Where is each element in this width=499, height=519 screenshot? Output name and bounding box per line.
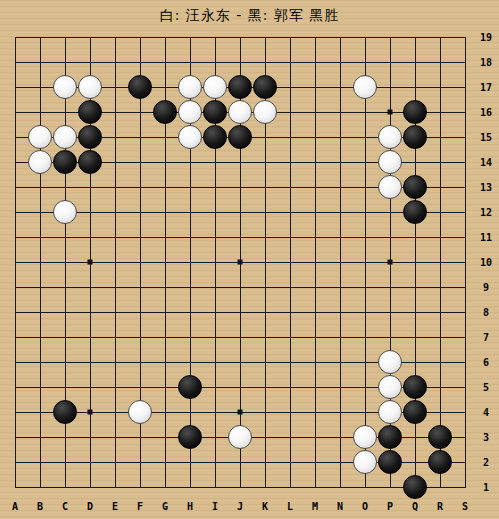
column-label-P: P [387, 501, 393, 512]
column-label-E: E [112, 501, 118, 512]
stone-white-P13 [378, 175, 402, 199]
stone-black-Q15 [403, 125, 427, 149]
row-label-5: 5 [483, 382, 489, 393]
row-label-11: 11 [480, 232, 492, 243]
star-point-J4 [238, 410, 243, 415]
stone-white-C15 [53, 125, 77, 149]
stone-black-K17 [253, 75, 277, 99]
stone-black-D16 [78, 100, 102, 124]
stone-white-O3 [353, 425, 377, 449]
stone-white-I17 [203, 75, 227, 99]
star-point-D10 [88, 260, 93, 265]
row-label-16: 16 [480, 107, 492, 118]
stone-black-Q1 [403, 475, 427, 499]
stone-black-P2 [378, 450, 402, 474]
stone-black-Q4 [403, 400, 427, 424]
stone-black-Q5 [403, 375, 427, 399]
stone-white-P6 [378, 350, 402, 374]
row-label-19: 19 [480, 32, 492, 43]
stone-white-J3 [228, 425, 252, 449]
stone-white-F4 [128, 400, 152, 424]
column-label-F: F [137, 501, 143, 512]
stone-white-B15 [28, 125, 52, 149]
stone-white-P14 [378, 150, 402, 174]
stone-black-J15 [228, 125, 252, 149]
game-title: 白: 汪永东 - 黑: 郭军 黑胜 [0, 6, 499, 24]
column-label-M: M [312, 501, 318, 512]
row-label-9: 9 [483, 282, 489, 293]
stone-black-D14 [78, 150, 102, 174]
stone-black-G16 [153, 100, 177, 124]
column-label-B: B [37, 501, 43, 512]
stone-white-P15 [378, 125, 402, 149]
column-label-R: R [437, 501, 443, 512]
row-label-6: 6 [483, 357, 489, 368]
column-label-D: D [87, 501, 93, 512]
stone-white-P5 [378, 375, 402, 399]
column-label-N: N [337, 501, 343, 512]
stone-black-Q13 [403, 175, 427, 199]
stone-white-K16 [253, 100, 277, 124]
column-label-L: L [287, 501, 293, 512]
row-label-15: 15 [480, 132, 492, 143]
row-label-8: 8 [483, 307, 489, 318]
stone-white-H16 [178, 100, 202, 124]
stone-black-D15 [78, 125, 102, 149]
stone-black-F17 [128, 75, 152, 99]
row-label-3: 3 [483, 432, 489, 443]
stone-black-C14 [53, 150, 77, 174]
stone-white-C17 [53, 75, 77, 99]
row-label-10: 10 [480, 257, 492, 268]
page-root: 白: 汪永东 - 黑: 郭军 黑胜 ABCDEFGHIJKLMNOPQRS 19… [0, 0, 499, 519]
stone-black-R3 [428, 425, 452, 449]
column-label-K: K [262, 501, 268, 512]
row-label-4: 4 [483, 407, 489, 418]
column-label-C: C [62, 501, 68, 512]
stone-white-P4 [378, 400, 402, 424]
column-label-I: I [212, 501, 218, 512]
star-point-P16 [388, 110, 393, 115]
column-label-J: J [237, 501, 243, 512]
stone-black-P3 [378, 425, 402, 449]
star-point-J10 [238, 260, 243, 265]
column-label-A: A [12, 501, 18, 512]
stone-white-D17 [78, 75, 102, 99]
column-label-H: H [187, 501, 193, 512]
stone-white-C12 [53, 200, 77, 224]
column-label-G: G [162, 501, 168, 512]
stone-white-J16 [228, 100, 252, 124]
stone-white-O17 [353, 75, 377, 99]
column-label-Q: Q [412, 501, 418, 512]
column-label-O: O [362, 501, 368, 512]
star-point-P10 [388, 260, 393, 265]
stone-white-H15 [178, 125, 202, 149]
row-label-1: 1 [483, 482, 489, 493]
stone-black-Q12 [403, 200, 427, 224]
stone-black-Q16 [403, 100, 427, 124]
stone-black-I16 [203, 100, 227, 124]
row-label-14: 14 [480, 157, 492, 168]
row-label-18: 18 [480, 57, 492, 68]
stone-black-H5 [178, 375, 202, 399]
stone-white-O2 [353, 450, 377, 474]
stone-black-R2 [428, 450, 452, 474]
star-point-D4 [88, 410, 93, 415]
stone-white-B14 [28, 150, 52, 174]
row-label-17: 17 [480, 82, 492, 93]
row-label-13: 13 [480, 182, 492, 193]
column-label-S: S [462, 501, 468, 512]
row-label-7: 7 [483, 332, 489, 343]
stone-black-C4 [53, 400, 77, 424]
row-label-12: 12 [480, 207, 492, 218]
stone-black-J17 [228, 75, 252, 99]
stone-black-H3 [178, 425, 202, 449]
stone-white-H17 [178, 75, 202, 99]
stone-black-I15 [203, 125, 227, 149]
row-label-2: 2 [483, 457, 489, 468]
